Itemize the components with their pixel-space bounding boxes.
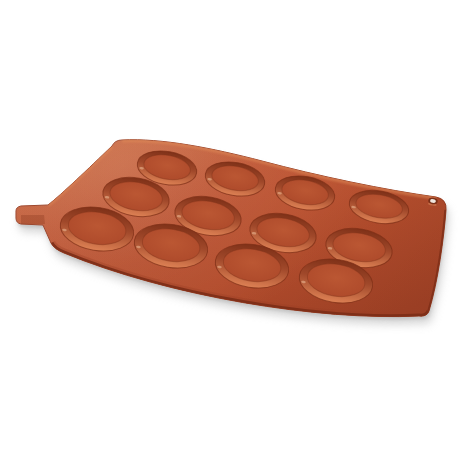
silicone-baking-mat-illustration	[0, 0, 460, 460]
product-photo	[0, 0, 460, 460]
side-tab-shading	[21, 215, 45, 224]
